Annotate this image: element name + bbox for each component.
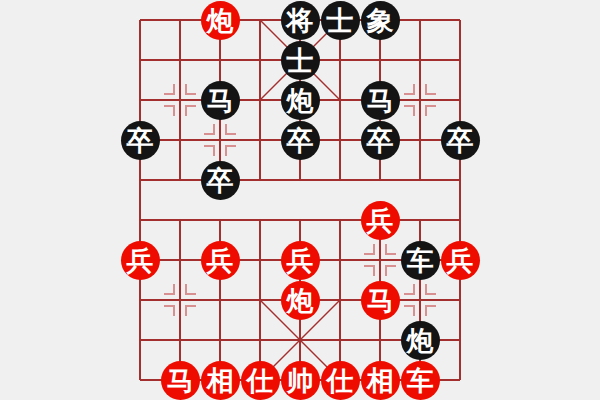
piece-red-horse[interactable]: 马 [361, 281, 400, 320]
board-point[interactable] [160, 160, 200, 200]
piece-black-soldier[interactable]: 卒 [441, 121, 480, 160]
board-point[interactable] [160, 40, 200, 80]
board-point[interactable] [440, 40, 480, 80]
board-point[interactable]: 马 [160, 360, 200, 400]
board-point[interactable]: 兵 [280, 240, 320, 280]
board-point[interactable]: 士 [280, 40, 320, 80]
piece-black-chariot[interactable]: 车 [401, 241, 440, 280]
board-point[interactable]: 兵 [200, 240, 240, 280]
board-point[interactable] [160, 80, 200, 120]
board-point[interactable]: 兵 [440, 240, 480, 280]
board-point[interactable] [440, 360, 480, 400]
board-point[interactable] [120, 0, 160, 40]
board-point[interactable] [240, 160, 280, 200]
piece-red-soldier[interactable]: 兵 [201, 241, 240, 280]
piece-red-elephant[interactable]: 相 [361, 361, 400, 400]
board-point[interactable] [240, 280, 280, 320]
board-point[interactable]: 卒 [440, 120, 480, 160]
board-point[interactable] [200, 280, 240, 320]
piece-black-soldier[interactable]: 卒 [361, 121, 400, 160]
board-point[interactable]: 车 [400, 360, 440, 400]
board-point[interactable]: 卒 [200, 160, 240, 200]
board-point[interactable]: 马 [360, 80, 400, 120]
board-point[interactable]: 兵 [120, 240, 160, 280]
board-point[interactable] [120, 360, 160, 400]
board-point[interactable] [400, 120, 440, 160]
board-point[interactable]: 炮 [200, 0, 240, 40]
board-point[interactable] [440, 80, 480, 120]
piece-black-soldier[interactable]: 卒 [201, 161, 240, 200]
board-point[interactable] [360, 320, 400, 360]
board-point[interactable] [440, 0, 480, 40]
board-point[interactable] [320, 120, 360, 160]
board-point[interactable] [440, 200, 480, 240]
board-point[interactable] [160, 320, 200, 360]
board-point[interactable] [440, 320, 480, 360]
board-point[interactable] [120, 40, 160, 80]
point-marker [404, 84, 436, 116]
board-point[interactable] [280, 320, 320, 360]
xiangqi-board: 炮将士象士马炮马卒卒卒卒卒兵兵兵兵车兵炮马炮马相仕帅仕相车 [120, 0, 480, 400]
board-point[interactable] [240, 320, 280, 360]
board-point[interactable] [320, 40, 360, 80]
piece-black-elephant[interactable]: 象 [361, 1, 400, 40]
board-point[interactable]: 马 [200, 80, 240, 120]
board-point[interactable] [400, 40, 440, 80]
point-marker [164, 84, 196, 116]
board-point[interactable] [120, 320, 160, 360]
board-point[interactable] [320, 280, 360, 320]
board-point[interactable] [400, 0, 440, 40]
piece-black-advisor[interactable]: 士 [281, 41, 320, 80]
piece-black-general[interactable]: 将 [281, 1, 320, 40]
board-point[interactable] [120, 200, 160, 240]
piece-red-horse[interactable]: 马 [161, 361, 200, 400]
board-point[interactable] [360, 160, 400, 200]
board-point[interactable]: 仕 [240, 360, 280, 400]
board-point[interactable] [160, 120, 200, 160]
piece-red-cannon[interactable]: 炮 [281, 281, 320, 320]
board-point[interactable] [240, 0, 280, 40]
board-point[interactable] [320, 80, 360, 120]
board-point[interactable] [240, 240, 280, 280]
board-point[interactable] [160, 0, 200, 40]
board-point[interactable] [240, 80, 280, 120]
board-point[interactable] [200, 120, 240, 160]
board-point[interactable]: 象 [360, 0, 400, 40]
xiangqi-diagram: 炮将士象士马炮马卒卒卒卒卒兵兵兵兵车兵炮马炮马相仕帅仕相车 [0, 0, 600, 400]
board-point[interactable] [120, 160, 160, 200]
piece-red-soldier[interactable]: 兵 [281, 241, 320, 280]
piece-black-cannon[interactable]: 炮 [281, 81, 320, 120]
board-point[interactable]: 炮 [280, 80, 320, 120]
board-point[interactable]: 卒 [120, 120, 160, 160]
piece-black-advisor[interactable]: 士 [321, 1, 360, 40]
board-point[interactable] [320, 160, 360, 200]
board-point[interactable]: 将 [280, 0, 320, 40]
board-point[interactable] [280, 160, 320, 200]
board-point[interactable] [360, 240, 400, 280]
board-point[interactable]: 相 [360, 360, 400, 400]
point-marker [364, 244, 396, 276]
point-marker [164, 284, 196, 316]
board-point[interactable] [400, 80, 440, 120]
piece-red-elephant[interactable]: 相 [201, 361, 240, 400]
board-point[interactable] [400, 200, 440, 240]
board-point[interactable] [400, 160, 440, 200]
board-point[interactable] [320, 200, 360, 240]
piece-black-horse[interactable]: 马 [201, 81, 240, 120]
piece-black-horse[interactable]: 马 [361, 81, 400, 120]
board-point[interactable] [400, 280, 440, 320]
piece-red-cannon[interactable]: 炮 [201, 1, 240, 40]
board-point[interactable] [120, 80, 160, 120]
board-point[interactable] [160, 280, 200, 320]
board-point[interactable]: 卒 [360, 120, 400, 160]
piece-red-soldier[interactable]: 兵 [441, 241, 480, 280]
board-point[interactable] [320, 240, 360, 280]
piece-red-advisor[interactable]: 仕 [241, 361, 280, 400]
piece-red-soldier[interactable]: 兵 [361, 201, 400, 240]
piece-red-soldier[interactable]: 兵 [121, 241, 160, 280]
board-point[interactable]: 马 [360, 280, 400, 320]
piece-black-cannon[interactable]: 炮 [401, 321, 440, 360]
piece-black-soldier[interactable]: 卒 [121, 121, 160, 160]
board-point[interactable]: 车 [400, 240, 440, 280]
piece-red-advisor[interactable]: 仕 [321, 361, 360, 400]
board-point[interactable]: 卒 [280, 120, 320, 160]
board-point[interactable] [240, 120, 280, 160]
board-point[interactable]: 兵 [360, 200, 400, 240]
board-point[interactable] [200, 200, 240, 240]
point-marker [204, 124, 236, 156]
board-point[interactable] [240, 200, 280, 240]
board-point[interactable] [160, 200, 200, 240]
board-point[interactable] [160, 240, 200, 280]
piece-black-soldier[interactable]: 卒 [281, 121, 320, 160]
board-point[interactable]: 炮 [400, 320, 440, 360]
point-marker [404, 284, 436, 316]
board-point[interactable]: 士 [320, 0, 360, 40]
board-point[interactable]: 帅 [280, 360, 320, 400]
board-point[interactable]: 仕 [320, 360, 360, 400]
board-grid: 炮将士象士马炮马卒卒卒卒卒兵兵兵兵车兵炮马炮马相仕帅仕相车 [120, 0, 480, 400]
board-point[interactable]: 相 [200, 360, 240, 400]
board-point[interactable]: 炮 [280, 280, 320, 320]
board-point[interactable] [120, 280, 160, 320]
piece-red-general[interactable]: 帅 [281, 361, 320, 400]
piece-red-chariot[interactable]: 车 [401, 361, 440, 400]
board-point[interactable] [240, 40, 280, 80]
board-point[interactable] [440, 280, 480, 320]
board-point[interactable] [320, 320, 360, 360]
board-point[interactable] [200, 320, 240, 360]
board-point[interactable] [440, 160, 480, 200]
board-point[interactable] [200, 40, 240, 80]
board-point[interactable] [360, 40, 400, 80]
board-point[interactable] [280, 200, 320, 240]
